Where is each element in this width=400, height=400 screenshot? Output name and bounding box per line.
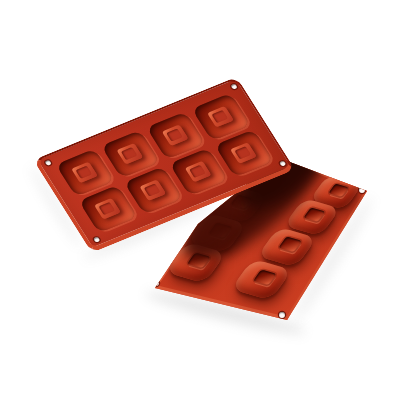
cavity-center-island bbox=[162, 124, 189, 146]
corner-hanging-hole bbox=[279, 312, 285, 318]
bump-center-dimple bbox=[252, 268, 276, 284]
cavity-center-island bbox=[230, 142, 257, 164]
cavity-center-island bbox=[71, 162, 98, 184]
cavity-center-island-top bbox=[166, 129, 182, 142]
corner-hanging-hole bbox=[153, 280, 159, 286]
product-photo-scene bbox=[0, 0, 400, 400]
mold-bump bbox=[230, 258, 291, 299]
mold-bump bbox=[257, 227, 316, 267]
cavity-center-island-top bbox=[212, 110, 228, 123]
corner-hanging-hole bbox=[230, 84, 237, 90]
mold-cavity bbox=[215, 129, 274, 177]
cavity-center-island bbox=[94, 198, 121, 220]
corner-hanging-hole bbox=[93, 237, 100, 243]
cavity-center-island bbox=[139, 179, 166, 201]
cavity-center-island bbox=[207, 106, 234, 128]
cavity-center-island-top bbox=[144, 183, 160, 196]
mold-cavity bbox=[79, 185, 138, 233]
bump-center-dimple bbox=[279, 237, 302, 252]
mold-cavity bbox=[124, 166, 183, 214]
bump-center-dimple bbox=[329, 183, 349, 197]
cavity-center-island-top bbox=[234, 146, 250, 159]
cavity-center-island bbox=[117, 143, 144, 165]
corner-hanging-hole bbox=[359, 187, 365, 193]
corner-hanging-hole bbox=[279, 160, 286, 166]
cavity-center-island bbox=[185, 161, 212, 183]
cavity-center-island-top bbox=[121, 147, 137, 160]
cavity-center-island-top bbox=[76, 166, 92, 179]
mold-cavity bbox=[169, 148, 228, 196]
bump-center-dimple bbox=[304, 207, 326, 221]
cavity-center-island-top bbox=[99, 202, 115, 215]
corner-hanging-hole bbox=[45, 160, 52, 166]
cavity-center-island-top bbox=[189, 165, 205, 178]
